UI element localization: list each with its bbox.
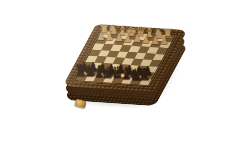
white-pawn: ♟ [152, 36, 176, 46]
board-field: ♜♞♝♚♛♝♞♜♟♟♟♟♟♟♟♟♟♟♟♟♟♟♟♟♜♞♝♚♛♝♞♜ [75, 31, 174, 85]
product-photo: ♜♞♝♚♛♝♞♜♟♟♟♟♟♟♟♟♟♟♟♟♟♟♟♟♜♞♝♚♛♝♞♜ [0, 0, 240, 150]
black-rook: ♜ [133, 67, 157, 83]
brass-latch-icon [74, 99, 86, 108]
